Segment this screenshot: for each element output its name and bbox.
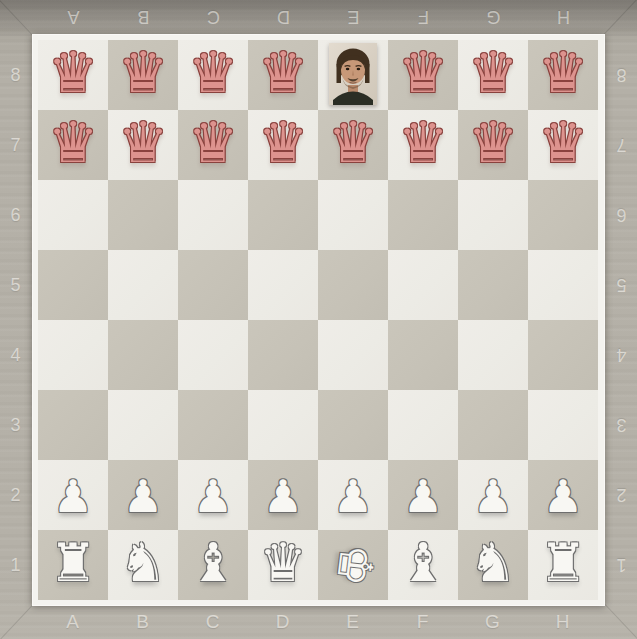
square-e4[interactable] [318,320,388,390]
red-queen-d7[interactable]: ♛ [258,108,308,178]
square-f6[interactable] [388,180,458,250]
red-queen-b7[interactable]: ♛ [118,108,168,178]
square-d6[interactable] [248,180,318,250]
square-c4[interactable] [178,320,248,390]
file-labels-top: ABCDEFGH [38,0,598,34]
white-pawn-a2[interactable]: ♟ [53,462,93,532]
coord-file-a: A [38,0,108,34]
square-d4[interactable] [248,320,318,390]
coord-rank-1: 1 [605,530,637,600]
coord-rank-6: 6 [0,180,32,250]
coord-file-e: E [318,605,388,639]
square-g3[interactable] [458,390,528,460]
square-b5[interactable] [108,250,178,320]
coord-rank-5: 5 [605,250,637,320]
square-b8[interactable]: ♛ [108,40,178,110]
white-pawn-g2[interactable]: ♟ [473,462,513,532]
red-queen-c8[interactable]: ♛ [188,38,238,108]
square-b7[interactable]: ♛ [108,110,178,180]
coord-file-g: G [458,0,528,34]
square-d5[interactable] [248,250,318,320]
square-d8[interactable]: ♛ [248,40,318,110]
coord-rank-7: 7 [0,110,32,180]
white-knight-b1[interactable]: ♞ [119,528,167,598]
white-queen-d1[interactable]: ♛ [259,528,307,598]
coord-rank-2: 2 [0,460,32,530]
square-b1[interactable]: ♞ [108,530,178,600]
white-pawn-f2[interactable]: ♟ [403,462,443,532]
coord-file-f: F [388,0,458,34]
chessboard: ABCDEFGH ABCDEFGH 87654321 87654321 ♛♛♛♛… [0,0,637,639]
square-d7[interactable]: ♛ [248,110,318,180]
coord-file-b: B [108,605,178,639]
square-f5[interactable] [388,250,458,320]
square-h7[interactable]: ♛ [528,110,598,180]
coord-rank-1: 1 [0,530,32,600]
square-e2[interactable]: ♟ [318,460,388,530]
red-queen-h8[interactable]: ♛ [538,38,588,108]
square-d3[interactable] [248,390,318,460]
square-e7[interactable]: ♛ [318,110,388,180]
red-queen-b8[interactable]: ♛ [118,38,168,108]
square-d2[interactable]: ♟ [248,460,318,530]
frame-mitre-joint [0,0,33,36]
square-h1[interactable]: ♜ [528,530,598,600]
square-c1[interactable]: ♝ [178,530,248,600]
coord-file-d: D [248,605,318,639]
square-h8[interactable]: ♛ [528,40,598,110]
red-queen-g7[interactable]: ♛ [468,108,518,178]
square-f8[interactable]: ♛ [388,40,458,110]
coord-file-c: C [178,0,248,34]
coord-file-c: C [178,605,248,639]
board-grid: ♛♛♛♛ ♛♛♛♛♛♛♛♛♛♛♛♟♟♟♟♟♟♟♟♜♞♝♛♚♝♞♜ [38,40,598,600]
white-king-fallen-e1[interactable]: ♚ [318,540,393,590]
square-b4[interactable] [108,320,178,390]
square-g8[interactable]: ♛ [458,40,528,110]
white-pawn-c2[interactable]: ♟ [193,462,233,532]
square-a4[interactable] [38,320,108,390]
coord-rank-7: 7 [605,110,637,180]
coord-rank-2: 2 [605,460,637,530]
square-a5[interactable] [38,250,108,320]
square-a7[interactable]: ♛ [38,110,108,180]
file-labels-bottom: ABCDEFGH [38,605,598,639]
coord-file-h: H [528,605,598,639]
square-f3[interactable] [388,390,458,460]
coord-rank-6: 6 [605,180,637,250]
coord-rank-5: 5 [0,250,32,320]
square-a8[interactable]: ♛ [38,40,108,110]
frame-mitre-joint [0,604,34,639]
red-queen-f7[interactable]: ♛ [398,108,448,178]
coord-rank-3: 3 [605,390,637,460]
square-g2[interactable]: ♟ [458,460,528,530]
coord-rank-4: 4 [605,320,637,390]
white-knight-g1[interactable]: ♞ [469,528,517,598]
square-f7[interactable]: ♛ [388,110,458,180]
square-h4[interactable] [528,320,598,390]
coord-rank-3: 3 [0,390,32,460]
red-queen-g8[interactable]: ♛ [468,38,518,108]
square-c2[interactable]: ♟ [178,460,248,530]
square-b3[interactable] [108,390,178,460]
square-h5[interactable] [528,250,598,320]
coord-file-d: D [248,0,318,34]
rank-labels-left: 87654321 [0,40,32,600]
square-e6[interactable] [318,180,388,250]
white-pawn-d2[interactable]: ♟ [263,462,303,532]
coord-file-f: F [388,605,458,639]
square-e8[interactable] [318,40,388,110]
square-e5[interactable] [318,250,388,320]
square-h3[interactable] [528,390,598,460]
red-queen-d8[interactable]: ♛ [258,38,308,108]
white-rook-h1[interactable]: ♜ [539,528,587,598]
square-c8[interactable]: ♛ [178,40,248,110]
square-h6[interactable] [528,180,598,250]
coord-rank-4: 4 [0,320,32,390]
square-c6[interactable] [178,180,248,250]
square-a6[interactable] [38,180,108,250]
white-pawn-e2[interactable]: ♟ [333,462,373,532]
red-queen-c7[interactable]: ♛ [188,108,238,178]
red-queen-h7[interactable]: ♛ [538,108,588,178]
square-g4[interactable] [458,320,528,390]
square-a1[interactable]: ♜ [38,530,108,600]
square-g6[interactable] [458,180,528,250]
square-a3[interactable] [38,390,108,460]
square-c7[interactable]: ♛ [178,110,248,180]
frame-mitre-joint [603,0,637,35]
coord-file-e: E [318,0,388,34]
square-b2[interactable]: ♟ [108,460,178,530]
frame-mitre-joint [604,603,637,639]
white-pawn-b2[interactable]: ♟ [123,462,163,532]
white-pawn-h2[interactable]: ♟ [543,462,583,532]
square-c3[interactable] [178,390,248,460]
square-g7[interactable]: ♛ [458,110,528,180]
coord-file-b: B [108,0,178,34]
square-h2[interactable]: ♟ [528,460,598,530]
square-d1[interactable]: ♛ [248,530,318,600]
coord-file-a: A [38,605,108,639]
square-c5[interactable] [178,250,248,320]
square-g1[interactable]: ♞ [458,530,528,600]
square-e1[interactable]: ♚ [318,530,388,600]
square-f4[interactable] [388,320,458,390]
white-rook-a1[interactable]: ♜ [49,528,97,598]
red-queen-f8[interactable]: ♛ [398,38,448,108]
coord-rank-8: 8 [0,40,32,110]
square-e3[interactable] [318,390,388,460]
red-queen-a8[interactable]: ♛ [48,38,98,108]
square-b6[interactable] [108,180,178,250]
square-a2[interactable]: ♟ [38,460,108,530]
coord-file-g: G [458,605,528,639]
chuck-norris-photo[interactable] [329,43,377,105]
coord-rank-8: 8 [605,40,637,110]
red-queen-a7[interactable]: ♛ [48,108,98,178]
square-g5[interactable] [458,250,528,320]
square-f2[interactable]: ♟ [388,460,458,530]
rank-labels-right: 87654321 [605,40,637,600]
white-bishop-c1[interactable]: ♝ [189,528,237,598]
white-bishop-f1[interactable]: ♝ [399,528,447,598]
coord-file-h: H [528,0,598,34]
square-f1[interactable]: ♝ [388,530,458,600]
red-queen-e7[interactable]: ♛ [328,108,378,178]
